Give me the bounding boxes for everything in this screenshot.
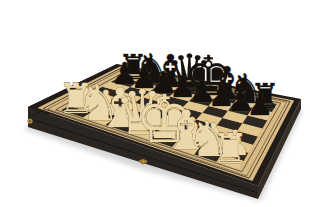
piece-black-pawn-h7: ♟ xyxy=(246,87,273,122)
clasp-knob-icon xyxy=(141,159,146,164)
piece-white-rook-h1: ♜ xyxy=(212,125,249,173)
hinge-pin-icon xyxy=(29,120,31,122)
chess-board: ♜♞♝♛♚♝♞♜♟♟♟♟♟♟♟♟♟♟♟♟♟♟♟♟♜♞♝♛♚♝♞♜ xyxy=(0,0,310,207)
chess-set-photo: ♜♞♝♛♚♝♞♜♟♟♟♟♟♟♟♟♟♟♟♟♟♟♟♟♜♞♝♛♚♝♞♜ xyxy=(0,0,310,207)
